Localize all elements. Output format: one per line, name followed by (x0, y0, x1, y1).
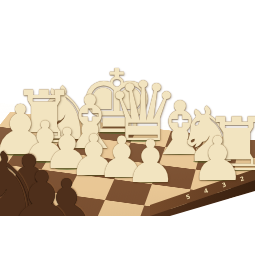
chess-photo: 2345CBA ♚♞♛♜♝♝♟♟♞♟♜♟♟♟♟♟♞♟♟ (0, 0, 255, 216)
board-squares (0, 112, 255, 216)
chess-set-product-photo: 2345CBA ♚♞♛♜♝♝♟♟♞♟♜♟♟♟♟♟♞♟♟ (0, 0, 255, 255)
square-a4 (226, 195, 255, 216)
board-perspective-scene (0, 0, 255, 216)
chess-board (0, 103, 255, 216)
